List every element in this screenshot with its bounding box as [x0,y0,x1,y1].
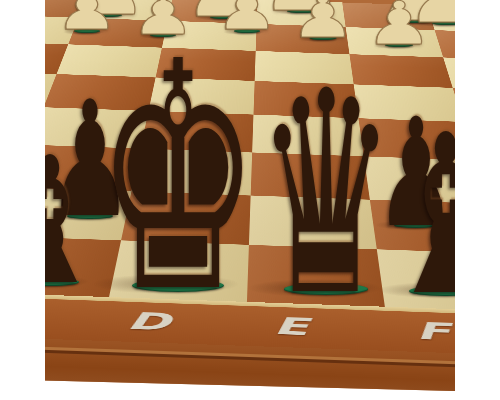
chessboard-photo: DEF ♟♟♟♟♟♟♟♟♟♟♟♟♝♚♛♝ [45,0,455,391]
bishop-glyph: ♝ [385,106,455,326]
queen-glyph: ♛ [257,54,395,334]
king-glyph: ♚ [96,21,260,336]
